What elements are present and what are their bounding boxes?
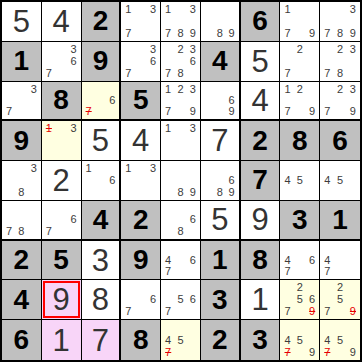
cell-r7c1[interactable]: 2 — [2, 241, 42, 281]
cell-r5c3[interactable]: 16 — [82, 161, 122, 201]
empty-candidate-slot — [55, 43, 67, 55]
cell-r3c8[interactable]: 1279 — [280, 82, 320, 122]
pencil-marks: 367 — [121, 42, 160, 81]
empty-candidate-slot — [95, 106, 106, 118]
empty-candidate-slot — [175, 3, 187, 15]
candidate-1: 1 — [282, 83, 294, 95]
empty-candidate-slot — [346, 254, 358, 266]
empty-candidate-slot — [186, 202, 198, 214]
empty-candidate-slot — [346, 15, 358, 27]
empty-candidate-slot — [282, 15, 294, 27]
empty-candidate-slot — [346, 162, 358, 174]
given-digit: 9 — [14, 127, 30, 155]
cell-r5c2[interactable]: 2 — [42, 161, 82, 201]
cell-r7c8[interactable]: 467 — [280, 241, 320, 281]
empty-candidate-slot — [186, 321, 198, 334]
candidate-6: 6 — [186, 55, 198, 67]
empty-candidate-slot — [225, 83, 236, 95]
empty-candidate-slot — [203, 174, 214, 186]
cell-r9c3[interactable]: 7 — [82, 320, 122, 360]
cell-r9c5[interactable]: 457 — [161, 320, 201, 360]
empty-candidate-slot — [306, 15, 318, 27]
pencil-marks: 23678 — [161, 42, 200, 81]
candidate-3: 3 — [186, 3, 198, 15]
candidate-6: 6 — [147, 55, 159, 67]
cell-r8c8[interactable]: 25679 — [280, 280, 320, 320]
solved-digit: 1 — [251, 284, 268, 315]
cell-r5c7[interactable]: 7 — [241, 161, 281, 201]
cell-r2c3[interactable]: 9 — [82, 42, 122, 82]
candidate-4: 4 — [282, 174, 294, 186]
pencil-marks: 367 — [42, 42, 81, 81]
candidate-7: 7 — [322, 28, 334, 40]
solved-digit: 1 — [53, 325, 70, 356]
empty-candidate-slot — [346, 294, 358, 306]
empty-candidate-slot — [282, 242, 294, 254]
cell-r7c2[interactable]: 5 — [42, 241, 82, 281]
solved-digit: 3 — [92, 245, 109, 276]
empty-candidate-slot — [322, 294, 334, 306]
empty-candidate-slot — [214, 3, 225, 15]
solved-digit: 7 — [92, 325, 109, 356]
empty-candidate-slot — [4, 174, 16, 186]
candidate-1: 1 — [163, 122, 175, 134]
cell-r6c7[interactable]: 9 — [241, 201, 281, 241]
cell-r6c2[interactable]: 67 — [42, 201, 82, 241]
empty-candidate-slot — [186, 226, 198, 238]
cell-r1c1[interactable]: 5 — [2, 2, 42, 42]
candidate-5: 5 — [334, 334, 346, 347]
empty-candidate-slot — [67, 135, 79, 147]
cell-r2c2[interactable]: 367 — [42, 42, 82, 82]
cell-r2c8[interactable]: 27 — [280, 42, 320, 82]
pencil-marks: 67 — [121, 280, 160, 319]
pencil-marks: 689 — [201, 161, 239, 200]
cell-r1c3[interactable]: 2 — [82, 2, 122, 42]
cell-r6c1[interactable]: 78 — [2, 201, 42, 241]
empty-candidate-slot — [294, 55, 306, 67]
empty-candidate-slot — [4, 187, 16, 199]
empty-candidate-slot — [214, 94, 225, 106]
candidate-9: 9 — [186, 28, 198, 40]
empty-candidate-slot — [147, 187, 159, 199]
candidate-1: 1 — [163, 3, 175, 15]
candidate-3: 3 — [186, 83, 198, 95]
cell-r4c4[interactable]: 4 — [121, 121, 161, 161]
cell-r7c3[interactable]: 3 — [82, 241, 122, 281]
empty-candidate-slot — [225, 15, 236, 27]
given-digit: 2 — [133, 206, 149, 234]
candidate-7: 7 — [322, 266, 334, 278]
empty-candidate-slot — [334, 266, 346, 278]
candidate-1: 1 — [123, 3, 135, 15]
pencil-marks: 68 — [161, 201, 200, 239]
candidate-6: 6 — [147, 294, 159, 306]
empty-candidate-slot — [163, 281, 175, 293]
candidate-7: 7 — [163, 67, 175, 79]
solved-digit: 5 — [92, 125, 109, 156]
struck-candidate-9: 9 — [346, 306, 358, 318]
empty-candidate-slot — [334, 15, 346, 27]
candidate-5: 5 — [294, 334, 306, 347]
given-digit: 4 — [14, 286, 30, 314]
cell-r2c7[interactable]: 5 — [241, 42, 281, 82]
empty-candidate-slot — [322, 321, 334, 334]
cell-r8c4[interactable]: 67 — [121, 280, 161, 320]
pencil-marks: 45 — [280, 161, 319, 200]
candidate-9: 9 — [346, 28, 358, 40]
empty-candidate-slot — [95, 94, 106, 106]
sudoku-board: 5421371378989617937891367936723678452723… — [0, 0, 362, 362]
empty-candidate-slot — [225, 162, 236, 174]
candidate-9: 9 — [306, 106, 318, 118]
empty-candidate-slot — [334, 106, 346, 118]
empty-candidate-slot — [186, 266, 198, 278]
given-digit: 2 — [14, 246, 30, 274]
cell-r1c4[interactable]: 137 — [121, 2, 161, 42]
solved-digit: 9 — [251, 204, 268, 235]
candidate-3: 3 — [346, 43, 358, 55]
cell-r4c7[interactable]: 2 — [241, 121, 281, 161]
empty-candidate-slot — [123, 55, 135, 67]
empty-candidate-slot — [67, 147, 79, 159]
empty-candidate-slot — [123, 187, 135, 199]
cell-r9c8[interactable]: 4579 — [280, 320, 320, 360]
cell-r5c6[interactable]: 689 — [201, 161, 241, 201]
empty-candidate-slot — [163, 202, 175, 214]
cell-r3c5[interactable]: 12379 — [161, 82, 201, 122]
solved-digit: 5 — [211, 204, 228, 235]
empty-candidate-slot — [203, 106, 214, 118]
cell-r3c9[interactable]: 2379 — [320, 82, 360, 122]
cell-r9c1[interactable]: 6 — [2, 320, 42, 360]
cell-r5c8[interactable]: 45 — [280, 161, 320, 201]
candidate-9: 9 — [346, 106, 358, 118]
cell-r8c6[interactable]: 3 — [201, 280, 241, 320]
empty-candidate-slot — [306, 83, 318, 95]
empty-candidate-slot — [135, 187, 147, 199]
cell-r5c5[interactable]: 89 — [161, 161, 201, 201]
empty-candidate-slot — [27, 174, 39, 186]
empty-candidate-slot — [175, 214, 187, 226]
candidate-3: 3 — [67, 43, 79, 55]
empty-candidate-slot — [27, 106, 39, 118]
candidate-8: 8 — [16, 187, 28, 199]
empty-candidate-slot — [203, 3, 214, 15]
cell-r6c4[interactable]: 2 — [121, 201, 161, 241]
empty-candidate-slot — [163, 187, 175, 199]
cell-r2c9[interactable]: 2378 — [320, 42, 360, 82]
solved-digit: 5 — [13, 6, 30, 37]
cell-r1c5[interactable]: 13789 — [161, 2, 201, 42]
empty-candidate-slot — [334, 346, 346, 359]
cell-r8c2[interactable]: 9 — [42, 280, 82, 320]
pencil-marks: 467 — [280, 241, 319, 280]
cell-r7c5[interactable]: 467 — [161, 241, 201, 281]
cell-r9c2[interactable]: 1 — [42, 320, 82, 360]
cell-r7c4[interactable]: 9 — [121, 241, 161, 281]
cell-r6c5[interactable]: 68 — [161, 201, 201, 241]
empty-candidate-slot — [27, 95, 39, 107]
candidate-2: 2 — [175, 43, 187, 55]
empty-candidate-slot — [44, 43, 56, 55]
empty-candidate-slot — [294, 67, 306, 79]
empty-candidate-slot — [282, 162, 294, 174]
cell-r7c7[interactable]: 8 — [241, 241, 281, 281]
empty-candidate-slot — [306, 187, 318, 199]
given-digit: 6 — [332, 127, 348, 155]
empty-candidate-slot — [306, 55, 318, 67]
empty-candidate-slot — [55, 202, 67, 214]
cell-r4c5[interactable]: 13 — [161, 121, 201, 161]
empty-candidate-slot — [44, 214, 56, 226]
empty-candidate-slot — [16, 95, 28, 107]
empty-candidate-slot — [322, 83, 334, 95]
empty-candidate-slot — [55, 67, 67, 79]
cell-r8c7[interactable]: 1 — [241, 280, 281, 320]
candidate-9: 9 — [225, 28, 236, 40]
empty-candidate-slot — [294, 254, 306, 266]
empty-candidate-slot — [294, 95, 306, 107]
cell-r9c7[interactable]: 3 — [241, 320, 281, 360]
empty-candidate-slot — [306, 334, 318, 347]
cell-r2c5[interactable]: 23678 — [161, 42, 201, 82]
empty-candidate-slot — [346, 334, 358, 347]
empty-candidate-slot — [334, 187, 346, 199]
cell-r6c6[interactable]: 5 — [201, 201, 241, 241]
candidate-3: 3 — [147, 162, 159, 174]
cell-r8c1[interactable]: 4 — [2, 280, 42, 320]
empty-candidate-slot — [16, 202, 28, 214]
empty-candidate-slot — [163, 214, 175, 226]
candidate-9: 9 — [346, 346, 358, 359]
candidate-7: 7 — [163, 28, 175, 40]
pencil-marks: 13 — [121, 161, 160, 200]
given-digit: 9 — [93, 47, 109, 75]
candidate-7: 7 — [282, 306, 294, 318]
cell-r7c9[interactable]: 47 — [320, 241, 360, 281]
empty-candidate-slot — [203, 162, 214, 174]
pencil-marks: 3789 — [320, 2, 360, 41]
empty-candidate-slot — [214, 162, 225, 174]
empty-candidate-slot — [346, 281, 358, 293]
cell-r6c3[interactable]: 4 — [82, 201, 122, 241]
cell-r4c8[interactable]: 8 — [280, 121, 320, 161]
empty-candidate-slot — [334, 95, 346, 107]
empty-candidate-slot — [84, 174, 95, 186]
empty-candidate-slot — [55, 226, 67, 238]
empty-candidate-slot — [163, 174, 175, 186]
candidate-7: 7 — [123, 306, 135, 318]
given-digit: 2 — [252, 127, 268, 155]
empty-candidate-slot — [306, 242, 318, 254]
empty-candidate-slot — [346, 187, 358, 199]
struck-candidate-7: 7 — [282, 346, 294, 359]
empty-candidate-slot — [55, 55, 67, 67]
solved-digit: 5 — [251, 46, 268, 77]
cell-r5c9[interactable]: 45 — [320, 161, 360, 201]
cell-r4c3[interactable]: 5 — [82, 121, 122, 161]
candidate-2: 2 — [175, 83, 187, 95]
empty-candidate-slot — [163, 147, 175, 159]
empty-candidate-slot — [27, 202, 39, 214]
cell-r1c8[interactable]: 179 — [280, 2, 320, 42]
given-digit: 7 — [252, 166, 268, 194]
empty-candidate-slot — [282, 187, 294, 199]
empty-candidate-slot — [186, 147, 198, 159]
solved-digit: 4 — [53, 6, 70, 37]
empty-candidate-slot — [214, 83, 225, 95]
empty-candidate-slot — [147, 15, 159, 27]
pencil-marks: 13 — [42, 121, 81, 160]
solved-digit: 7 — [211, 125, 228, 156]
empty-candidate-slot — [163, 162, 175, 174]
solved-digit: 8 — [92, 284, 109, 315]
empty-candidate-slot — [16, 106, 28, 118]
candidate-6: 6 — [306, 254, 318, 266]
cell-r2c4[interactable]: 367 — [121, 42, 161, 82]
empty-candidate-slot — [294, 242, 306, 254]
empty-candidate-slot — [4, 162, 16, 174]
candidate-9: 9 — [186, 187, 198, 199]
pencil-marks: 13789 — [161, 2, 200, 41]
candidate-3: 3 — [346, 3, 358, 15]
candidate-7: 7 — [44, 226, 56, 238]
candidate-1: 1 — [123, 162, 135, 174]
empty-candidate-slot — [306, 162, 318, 174]
empty-candidate-slot — [135, 281, 147, 293]
candidate-3: 3 — [147, 43, 159, 55]
cell-r1c6[interactable]: 89 — [201, 2, 241, 42]
empty-candidate-slot — [123, 174, 135, 186]
empty-candidate-slot — [135, 3, 147, 15]
pencil-marks: 67 — [82, 82, 120, 120]
given-digit: 1 — [332, 206, 348, 234]
cell-r8c3[interactable]: 8 — [82, 280, 122, 320]
cell-r3c1[interactable]: 37 — [2, 82, 42, 122]
candidate-9: 9 — [306, 28, 318, 40]
cell-r3c3[interactable]: 67 — [82, 82, 122, 122]
cell-r3c2[interactable]: 8 — [42, 82, 82, 122]
empty-candidate-slot — [186, 281, 198, 293]
given-digit: 2 — [93, 7, 109, 35]
cell-r5c4[interactable]: 13 — [121, 161, 161, 201]
empty-candidate-slot — [186, 162, 198, 174]
empty-candidate-slot — [123, 294, 135, 306]
candidate-2: 2 — [294, 43, 306, 55]
candidate-4: 4 — [163, 334, 175, 347]
candidate-2: 2 — [294, 83, 306, 95]
cell-r7c6[interactable]: 1 — [201, 241, 241, 281]
empty-candidate-slot — [294, 15, 306, 27]
empty-candidate-slot — [67, 202, 79, 214]
cell-r4c9[interactable]: 6 — [320, 121, 360, 161]
cell-r4c6[interactable]: 7 — [201, 121, 241, 161]
cell-r5c1[interactable]: 38 — [2, 161, 42, 201]
cell-r1c7[interactable]: 6 — [241, 2, 281, 42]
given-digit: 3 — [252, 326, 268, 354]
candidate-1: 1 — [282, 3, 294, 15]
pencil-marks: 47 — [320, 241, 360, 280]
candidate-9: 9 — [225, 106, 236, 118]
empty-candidate-slot — [334, 242, 346, 254]
empty-candidate-slot — [135, 162, 147, 174]
cell-r2c1[interactable]: 1 — [2, 42, 42, 82]
candidate-7: 7 — [163, 106, 175, 118]
cell-r9c6[interactable]: 2 — [201, 320, 241, 360]
given-digit: 8 — [292, 127, 308, 155]
empty-candidate-slot — [27, 226, 39, 238]
cell-r4c2[interactable]: 13 — [42, 121, 82, 161]
empty-candidate-slot — [27, 214, 39, 226]
candidate-8: 8 — [214, 187, 225, 199]
empty-candidate-slot — [175, 346, 187, 359]
cell-r2c6[interactable]: 4 — [201, 42, 241, 82]
empty-candidate-slot — [163, 135, 175, 147]
empty-candidate-slot — [147, 67, 159, 79]
candidate-7: 7 — [123, 67, 135, 79]
empty-candidate-slot — [186, 174, 198, 186]
empty-candidate-slot — [95, 187, 106, 199]
empty-candidate-slot — [175, 281, 187, 293]
empty-candidate-slot — [306, 321, 318, 334]
empty-candidate-slot — [175, 95, 187, 107]
empty-candidate-slot — [175, 135, 187, 147]
cell-r1c2[interactable]: 4 — [42, 2, 82, 42]
pencil-marks: 16 — [82, 161, 120, 200]
solved-digit: 4 — [132, 125, 149, 156]
given-digit: 2 — [212, 326, 228, 354]
pencil-marks: 45 — [320, 161, 360, 200]
candidate-3: 3 — [27, 162, 39, 174]
candidate-5: 5 — [334, 294, 346, 306]
empty-candidate-slot — [147, 28, 159, 40]
cell-r9c9[interactable]: 4579 — [320, 320, 360, 360]
cell-r3c4[interactable]: 5 — [121, 82, 161, 122]
empty-candidate-slot — [306, 281, 318, 293]
pencil-marks: 179 — [280, 2, 319, 41]
empty-candidate-slot — [123, 281, 135, 293]
cell-r6c9[interactable]: 1 — [320, 201, 360, 241]
cell-r1c9[interactable]: 3789 — [320, 2, 360, 42]
cell-r6c8[interactable]: 3 — [280, 201, 320, 241]
empty-candidate-slot — [186, 135, 198, 147]
cell-r8c9[interactable]: 2579 — [320, 280, 360, 320]
candidate-5: 5 — [294, 174, 306, 186]
cell-r9c4[interactable]: 8 — [121, 320, 161, 360]
cell-r3c7[interactable]: 4 — [241, 82, 281, 122]
candidate-8: 8 — [16, 226, 28, 238]
given-digit: 5 — [53, 246, 69, 274]
empty-candidate-slot — [294, 3, 306, 15]
pencil-marks: 89 — [161, 161, 200, 200]
given-digit: 6 — [252, 7, 268, 35]
candidate-3: 3 — [186, 122, 198, 134]
empty-candidate-slot — [334, 162, 346, 174]
empty-candidate-slot — [346, 67, 358, 79]
candidate-8: 8 — [175, 187, 187, 199]
empty-candidate-slot — [44, 147, 56, 159]
candidate-8: 8 — [175, 226, 187, 238]
empty-candidate-slot — [175, 106, 187, 118]
candidate-6: 6 — [186, 254, 198, 266]
cell-r8c5[interactable]: 567 — [161, 280, 201, 320]
cell-r3c6[interactable]: 69 — [201, 82, 241, 122]
pencil-marks: 13 — [161, 121, 200, 160]
empty-candidate-slot — [163, 321, 175, 334]
cell-r4c1[interactable]: 9 — [2, 121, 42, 161]
empty-candidate-slot — [175, 55, 187, 67]
